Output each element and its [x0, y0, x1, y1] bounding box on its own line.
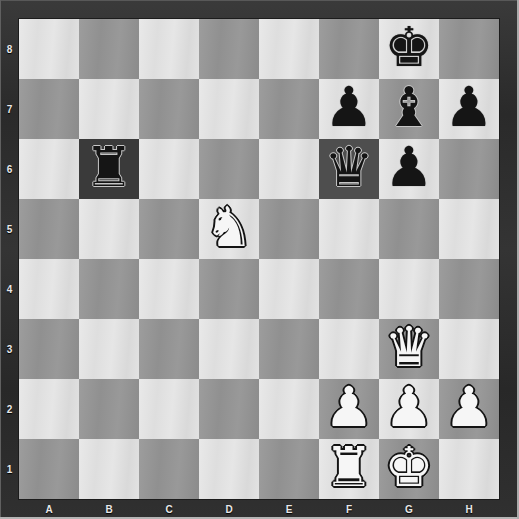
rank-label-1: 1 [0, 439, 19, 499]
black-pawn[interactable]: ♟︎ [444, 79, 493, 137]
frame-edge-left [0, 0, 1, 519]
square-c1[interactable] [139, 439, 199, 499]
square-e8[interactable] [259, 19, 319, 79]
square-h8[interactable] [439, 19, 499, 79]
square-b3[interactable] [79, 319, 139, 379]
square-a4[interactable] [19, 259, 79, 319]
square-b2[interactable] [79, 379, 139, 439]
white-pawn[interactable]: ♟︎ [324, 379, 373, 437]
square-d5[interactable]: ♞︎ [199, 199, 259, 259]
black-rook[interactable]: ♜︎ [84, 139, 133, 197]
square-a1[interactable] [19, 439, 79, 499]
square-e6[interactable] [259, 139, 319, 199]
square-f3[interactable] [319, 319, 379, 379]
black-pawn[interactable]: ♟︎ [324, 79, 373, 137]
square-c3[interactable] [139, 319, 199, 379]
white-pawn[interactable]: ♟︎ [444, 379, 493, 437]
square-h5[interactable] [439, 199, 499, 259]
square-a8[interactable] [19, 19, 79, 79]
square-a7[interactable] [19, 79, 79, 139]
frame-edge-top [0, 0, 519, 1]
square-d2[interactable] [199, 379, 259, 439]
square-f7[interactable]: ♟︎ [319, 79, 379, 139]
square-b1[interactable] [79, 439, 139, 499]
rank-label-8: 8 [0, 19, 19, 79]
file-label-h: H [439, 499, 499, 519]
square-b8[interactable] [79, 19, 139, 79]
black-queen[interactable]: ♛︎ [324, 139, 373, 197]
square-e5[interactable] [259, 199, 319, 259]
square-f6[interactable]: ♛︎ [319, 139, 379, 199]
black-king[interactable]: ♚︎ [384, 19, 433, 77]
square-d4[interactable] [199, 259, 259, 319]
file-labels: ABCDEFGH [19, 499, 499, 519]
file-label-g: G [379, 499, 439, 519]
square-g8[interactable]: ♚︎ [379, 19, 439, 79]
file-label-a: A [19, 499, 79, 519]
file-label-d: D [199, 499, 259, 519]
white-king[interactable]: ♚︎ [384, 439, 433, 497]
white-knight[interactable]: ♞︎ [204, 199, 253, 257]
square-c5[interactable] [139, 199, 199, 259]
square-c7[interactable] [139, 79, 199, 139]
square-f5[interactable] [319, 199, 379, 259]
file-label-b: B [79, 499, 139, 519]
rank-label-7: 7 [0, 79, 19, 139]
square-e7[interactable] [259, 79, 319, 139]
square-g5[interactable] [379, 199, 439, 259]
square-h4[interactable] [439, 259, 499, 319]
square-a5[interactable] [19, 199, 79, 259]
square-d3[interactable] [199, 319, 259, 379]
square-h7[interactable]: ♟︎ [439, 79, 499, 139]
square-e1[interactable] [259, 439, 319, 499]
square-h3[interactable] [439, 319, 499, 379]
rank-label-2: 2 [0, 379, 19, 439]
white-pawn[interactable]: ♟︎ [384, 379, 433, 437]
rank-label-3: 3 [0, 319, 19, 379]
square-h1[interactable] [439, 439, 499, 499]
square-b5[interactable] [79, 199, 139, 259]
square-g4[interactable] [379, 259, 439, 319]
square-e4[interactable] [259, 259, 319, 319]
black-bishop[interactable]: ♝︎ [384, 79, 433, 137]
file-label-f: F [319, 499, 379, 519]
square-g6[interactable]: ♟︎ [379, 139, 439, 199]
square-g7[interactable]: ♝︎ [379, 79, 439, 139]
square-e3[interactable] [259, 319, 319, 379]
rank-label-6: 6 [0, 139, 19, 199]
square-f4[interactable] [319, 259, 379, 319]
black-pawn[interactable]: ♟︎ [384, 139, 433, 197]
square-c4[interactable] [139, 259, 199, 319]
square-f8[interactable] [319, 19, 379, 79]
file-label-e: E [259, 499, 319, 519]
square-f1[interactable]: ♜︎ [319, 439, 379, 499]
square-c2[interactable] [139, 379, 199, 439]
square-a3[interactable] [19, 319, 79, 379]
square-a6[interactable] [19, 139, 79, 199]
rank-label-5: 5 [0, 199, 19, 259]
square-d8[interactable] [199, 19, 259, 79]
square-g2[interactable]: ♟︎ [379, 379, 439, 439]
square-a2[interactable] [19, 379, 79, 439]
chess-diagram: 87654321 ABCDEFGH ♚︎♟︎♝︎♟︎♜︎♛︎♟︎♞︎♛︎♟︎♟︎… [0, 0, 519, 519]
square-d6[interactable] [199, 139, 259, 199]
white-rook[interactable]: ♜︎ [324, 439, 373, 497]
board-grid: ♚︎♟︎♝︎♟︎♜︎♛︎♟︎♞︎♛︎♟︎♟︎♟︎♜︎♚︎ [19, 19, 499, 499]
square-b4[interactable] [79, 259, 139, 319]
file-label-c: C [139, 499, 199, 519]
square-g3[interactable]: ♛︎ [379, 319, 439, 379]
square-c6[interactable] [139, 139, 199, 199]
square-b6[interactable]: ♜︎ [79, 139, 139, 199]
square-b7[interactable] [79, 79, 139, 139]
square-e2[interactable] [259, 379, 319, 439]
rank-label-4: 4 [0, 259, 19, 319]
square-f2[interactable]: ♟︎ [319, 379, 379, 439]
white-queen[interactable]: ♛︎ [384, 319, 433, 377]
square-h6[interactable] [439, 139, 499, 199]
square-g1[interactable]: ♚︎ [379, 439, 439, 499]
square-c8[interactable] [139, 19, 199, 79]
rank-labels: 87654321 [0, 19, 19, 499]
square-d7[interactable] [199, 79, 259, 139]
square-h2[interactable]: ♟︎ [439, 379, 499, 439]
square-d1[interactable] [199, 439, 259, 499]
